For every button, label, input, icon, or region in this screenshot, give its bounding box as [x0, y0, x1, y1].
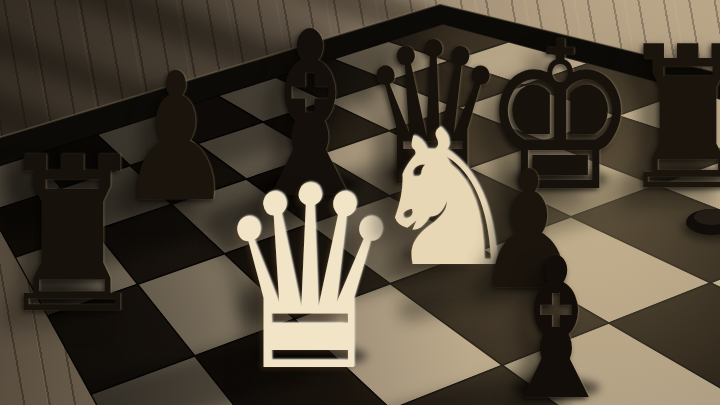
black-bishop-right[interactable]: ♝ — [493, 232, 619, 405]
chess-3d-scene: ♜♟♝♛♚♜♛♞♟♝ — [0, 0, 720, 405]
black-rook-kingside[interactable]: ♜ — [617, 20, 720, 217]
